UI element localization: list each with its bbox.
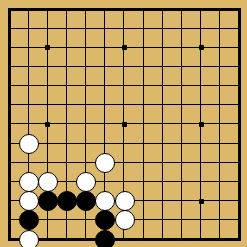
board-cell [201, 29, 220, 48]
board-cell [163, 105, 182, 124]
white-stone [19, 134, 39, 154]
board-cell [86, 86, 105, 105]
board-cell [201, 10, 220, 29]
board-cell [105, 67, 124, 86]
board-cell [48, 124, 67, 143]
white-stone [115, 210, 135, 230]
board-cell [124, 86, 143, 105]
board-cell [10, 29, 29, 48]
board-cell [48, 144, 67, 163]
board-cell [29, 67, 48, 86]
board-cell [163, 86, 182, 105]
black-stone [38, 191, 58, 211]
board-cell [201, 67, 220, 86]
board-cell [201, 182, 220, 201]
board-cell [105, 48, 124, 67]
board-cell [105, 86, 124, 105]
board-cell [220, 48, 239, 67]
board-cell [29, 86, 48, 105]
board-cell [220, 220, 239, 239]
board-cell [220, 67, 239, 86]
board-cell [124, 124, 143, 143]
star-point [199, 122, 204, 127]
board-cell [48, 10, 67, 29]
white-stone [19, 230, 39, 247]
board-cell [182, 163, 201, 182]
board-cell [144, 220, 163, 239]
board-cell [144, 86, 163, 105]
board-cell [86, 124, 105, 143]
board-cell [220, 201, 239, 220]
star-point [122, 122, 127, 127]
board-cell [220, 105, 239, 124]
board-cell [220, 182, 239, 201]
board-cell [201, 86, 220, 105]
board-cell [67, 67, 86, 86]
board-cell [182, 48, 201, 67]
board-cell [163, 67, 182, 86]
board-cell [163, 220, 182, 239]
board-cell [144, 105, 163, 124]
star-point [199, 199, 204, 204]
board-cell [67, 105, 86, 124]
board-cell [48, 67, 67, 86]
board-cell [124, 10, 143, 29]
board-cell [182, 86, 201, 105]
board-cell [67, 86, 86, 105]
board-cell [144, 144, 163, 163]
go-board-diagram [0, 0, 247, 247]
board-cell [10, 67, 29, 86]
board-cell [182, 124, 201, 143]
board-cell [144, 48, 163, 67]
board-cell [182, 201, 201, 220]
board-cell [124, 144, 143, 163]
board-cell [67, 29, 86, 48]
board-cell [48, 48, 67, 67]
white-stone [19, 172, 39, 192]
board-cell [124, 29, 143, 48]
board-cell [105, 10, 124, 29]
board-cell [29, 48, 48, 67]
board-cell [144, 182, 163, 201]
star-point [122, 45, 127, 50]
board-cell [163, 124, 182, 143]
board-cell [144, 29, 163, 48]
white-stone [19, 191, 39, 211]
board-cell [144, 201, 163, 220]
board-cell [220, 124, 239, 143]
board-cell [201, 201, 220, 220]
board-cell [105, 124, 124, 143]
board-cell [201, 144, 220, 163]
board-cell [220, 163, 239, 182]
board-cell [29, 10, 48, 29]
board-cell [86, 105, 105, 124]
board-cell [10, 48, 29, 67]
board-cell [182, 182, 201, 201]
board-cell [163, 144, 182, 163]
board-cell [144, 10, 163, 29]
board-cell [182, 220, 201, 239]
board-cell [220, 144, 239, 163]
board-cell [163, 10, 182, 29]
white-stone [38, 172, 58, 192]
board-cell [86, 48, 105, 67]
board-cell [220, 86, 239, 105]
board-cell [220, 29, 239, 48]
white-stone [115, 191, 135, 211]
board-cell [124, 67, 143, 86]
board-cell [124, 48, 143, 67]
board-cell [201, 220, 220, 239]
board-cell [10, 10, 29, 29]
star-point [199, 45, 204, 50]
board-cell [67, 144, 86, 163]
board-cell [201, 124, 220, 143]
black-stone [19, 210, 39, 230]
board-cell [124, 163, 143, 182]
board-cell [67, 124, 86, 143]
board-cell [67, 220, 86, 239]
board-cell [124, 105, 143, 124]
board-cell [201, 163, 220, 182]
board-cell [48, 105, 67, 124]
board-cell [163, 163, 182, 182]
board-cell [182, 144, 201, 163]
board-cell [182, 10, 201, 29]
board-cell [10, 105, 29, 124]
board-cell [163, 201, 182, 220]
board-cell [48, 29, 67, 48]
board-cell [48, 86, 67, 105]
star-point [45, 45, 50, 50]
board-cell [144, 67, 163, 86]
board-cell [220, 10, 239, 29]
board-cell [86, 67, 105, 86]
board-cell [10, 86, 29, 105]
board-cell [182, 67, 201, 86]
board-cell [163, 29, 182, 48]
board-cell [201, 48, 220, 67]
board-cell [201, 105, 220, 124]
star-point [45, 122, 50, 127]
board-cell [163, 48, 182, 67]
board-cell [86, 29, 105, 48]
board-cell [163, 182, 182, 201]
board-cell [86, 10, 105, 29]
board-cell [48, 220, 67, 239]
board-cell [67, 10, 86, 29]
board-cell [67, 48, 86, 67]
board-cell [144, 163, 163, 182]
board-cell [144, 124, 163, 143]
